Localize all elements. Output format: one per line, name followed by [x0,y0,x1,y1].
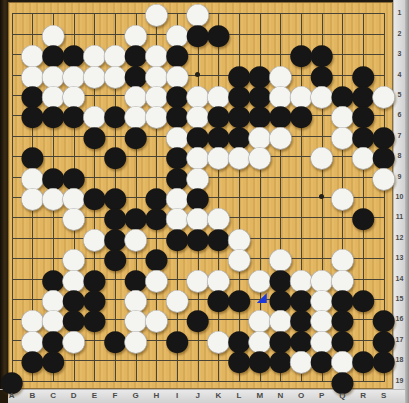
row-label: 7 [394,132,405,139]
stone-black[interactable]: ● [166,329,188,351]
column-label: B [25,391,39,400]
stone-black[interactable]: ● [1,370,23,392]
stone-white[interactable]: ● [373,84,395,106]
row-label: 3 [394,50,405,57]
column-label: G [129,391,143,400]
row-label: 8 [394,152,405,159]
stone-white[interactable]: ● [63,329,85,351]
column-label: R [356,391,370,400]
row-label: 17 [394,336,405,343]
column-label: L [232,391,246,400]
column-label: O [294,391,308,400]
stone-white[interactable]: ● [269,125,291,147]
row-label: 5 [394,91,405,98]
column-label: D [67,391,81,400]
row-label: 19 [394,377,405,384]
stone-white[interactable]: ● [125,329,147,351]
stone-white[interactable]: ● [249,145,271,167]
column-label: F [108,391,122,400]
row-label: 4 [394,71,405,78]
column-label: H [149,391,163,400]
stone-black[interactable]: ● [290,104,312,126]
column-label: S [377,391,391,400]
row-label: 14 [394,275,405,282]
stone-black[interactable]: ● [331,370,353,392]
row-label: 11 [394,213,405,220]
stone-black[interactable]: ● [125,125,147,147]
stone-black[interactable]: ● [104,145,126,167]
row-label: 16 [394,315,405,322]
row-label: 18 [394,356,405,363]
stone-black[interactable]: ● [42,349,64,371]
column-label: K [211,391,225,400]
stone-white[interactable]: ● [373,166,395,188]
row-label: 6 [394,111,405,118]
column-label: J [191,391,205,400]
star-point [319,194,324,199]
column-label: C [46,391,60,400]
row-label: 9 [394,173,405,180]
row-label: 10 [394,193,405,200]
column-label: I [170,391,184,400]
row-label: 13 [394,254,405,261]
row-label: 1 [394,9,405,16]
column-label: A [5,391,19,400]
column-label: Q [335,391,349,400]
stone-black[interactable]: ● [207,23,229,45]
column-label: P [315,391,329,400]
board-layer[interactable]: ●●●●●●●●●●●●●●●●●●●●●●●●●●●●●●●●●●●●●●●●… [0,0,409,403]
star-point [195,72,200,77]
stone-black[interactable]: ● [352,206,374,228]
column-label: N [273,391,287,400]
column-label: M [253,391,267,400]
stone-white[interactable]: ● [311,145,333,167]
row-label: 12 [394,234,405,241]
column-label: E [87,391,101,400]
stone-black[interactable]: ● [373,349,395,371]
row-label: 2 [394,30,405,37]
row-label: 15 [394,295,405,302]
go-app-window: ●●●●●●●●●●●●●●●●●●●●●●●●●●●●●●●●●●●●●●●●… [0,0,409,403]
